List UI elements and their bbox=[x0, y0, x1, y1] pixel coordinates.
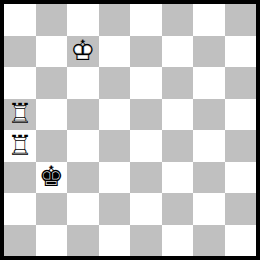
square-e7[interactable] bbox=[130, 36, 162, 68]
square-d3[interactable] bbox=[99, 162, 131, 194]
square-c7[interactable]: ♚♔ bbox=[67, 36, 99, 68]
square-b4[interactable] bbox=[36, 130, 68, 162]
square-e5[interactable] bbox=[130, 99, 162, 131]
square-g2[interactable] bbox=[193, 193, 225, 225]
square-b2[interactable] bbox=[36, 193, 68, 225]
square-f2[interactable] bbox=[162, 193, 194, 225]
square-a4[interactable]: ♜♖ bbox=[4, 130, 36, 162]
square-h6[interactable] bbox=[225, 67, 257, 99]
square-b6[interactable] bbox=[36, 67, 68, 99]
square-a5[interactable]: ♜♖ bbox=[4, 99, 36, 131]
square-h5[interactable] bbox=[225, 99, 257, 131]
square-f4[interactable] bbox=[162, 130, 194, 162]
square-f6[interactable] bbox=[162, 67, 194, 99]
square-h3[interactable] bbox=[225, 162, 257, 194]
white-rook-a5[interactable]: ♜♖ bbox=[4, 99, 36, 131]
black-king-b3[interactable]: ♚ bbox=[36, 162, 68, 194]
black-king-icon: ♚ bbox=[39, 163, 64, 191]
square-g3[interactable] bbox=[193, 162, 225, 194]
square-d4[interactable] bbox=[99, 130, 131, 162]
square-a1[interactable] bbox=[4, 225, 36, 257]
white-rook-icon: ♖ bbox=[7, 132, 32, 160]
square-f3[interactable] bbox=[162, 162, 194, 194]
square-b8[interactable] bbox=[36, 4, 68, 36]
square-d2[interactable] bbox=[99, 193, 131, 225]
square-h4[interactable] bbox=[225, 130, 257, 162]
square-d7[interactable] bbox=[99, 36, 131, 68]
square-d5[interactable] bbox=[99, 99, 131, 131]
square-c4[interactable] bbox=[67, 130, 99, 162]
square-g8[interactable] bbox=[193, 4, 225, 36]
square-c6[interactable] bbox=[67, 67, 99, 99]
square-b7[interactable] bbox=[36, 36, 68, 68]
white-rook-a4[interactable]: ♜♖ bbox=[4, 130, 36, 162]
square-e6[interactable] bbox=[130, 67, 162, 99]
square-g5[interactable] bbox=[193, 99, 225, 131]
square-e4[interactable] bbox=[130, 130, 162, 162]
square-e2[interactable] bbox=[130, 193, 162, 225]
square-g1[interactable] bbox=[193, 225, 225, 257]
square-a7[interactable] bbox=[4, 36, 36, 68]
square-c2[interactable] bbox=[67, 193, 99, 225]
square-f7[interactable] bbox=[162, 36, 194, 68]
white-rook-icon: ♖ bbox=[7, 100, 32, 128]
white-king-c7[interactable]: ♚♔ bbox=[67, 36, 99, 68]
square-g4[interactable] bbox=[193, 130, 225, 162]
square-a3[interactable] bbox=[4, 162, 36, 194]
square-d8[interactable] bbox=[99, 4, 131, 36]
square-e1[interactable] bbox=[130, 225, 162, 257]
square-c5[interactable] bbox=[67, 99, 99, 131]
white-king-icon: ♔ bbox=[70, 37, 95, 65]
square-b5[interactable] bbox=[36, 99, 68, 131]
square-c8[interactable] bbox=[67, 4, 99, 36]
square-b1[interactable] bbox=[36, 225, 68, 257]
chessboard: ♚♔♜♖♜♖♚ bbox=[4, 4, 256, 256]
square-c3[interactable] bbox=[67, 162, 99, 194]
square-h8[interactable] bbox=[225, 4, 257, 36]
square-a2[interactable] bbox=[4, 193, 36, 225]
square-h2[interactable] bbox=[225, 193, 257, 225]
square-g6[interactable] bbox=[193, 67, 225, 99]
square-a8[interactable] bbox=[4, 4, 36, 36]
square-e3[interactable] bbox=[130, 162, 162, 194]
square-f1[interactable] bbox=[162, 225, 194, 257]
square-f5[interactable] bbox=[162, 99, 194, 131]
square-d1[interactable] bbox=[99, 225, 131, 257]
square-h1[interactable] bbox=[225, 225, 257, 257]
chessboard-frame: ♚♔♜♖♜♖♚ bbox=[0, 0, 260, 260]
square-d6[interactable] bbox=[99, 67, 131, 99]
square-c1[interactable] bbox=[67, 225, 99, 257]
square-g7[interactable] bbox=[193, 36, 225, 68]
square-e8[interactable] bbox=[130, 4, 162, 36]
square-b3[interactable]: ♚ bbox=[36, 162, 68, 194]
square-h7[interactable] bbox=[225, 36, 257, 68]
square-f8[interactable] bbox=[162, 4, 194, 36]
square-a6[interactable] bbox=[4, 67, 36, 99]
